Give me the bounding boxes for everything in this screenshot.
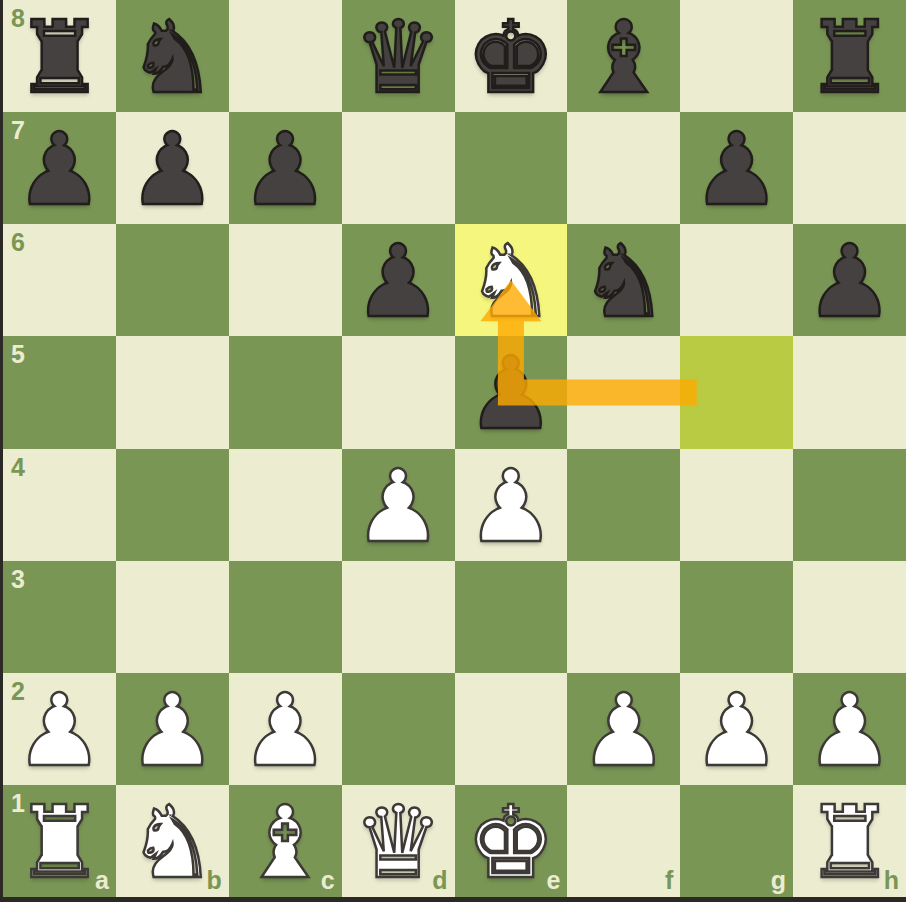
square-g1[interactable]: g — [680, 785, 793, 897]
square-e3[interactable] — [455, 561, 568, 673]
black-knight-piece[interactable]: ♞ — [567, 224, 680, 336]
file-label-g: g — [771, 868, 786, 893]
black-queen-piece[interactable]: ♛ — [342, 0, 455, 112]
square-d1[interactable]: d♛ — [342, 785, 455, 897]
square-g6[interactable] — [680, 224, 793, 336]
black-pawn-piece[interactable]: ♟ — [793, 224, 906, 336]
square-b5[interactable] — [116, 336, 229, 448]
square-h6[interactable]: ♟ — [793, 224, 906, 336]
square-a3[interactable]: 3 — [3, 561, 116, 673]
square-h7[interactable] — [793, 112, 906, 224]
black-pawn-piece[interactable]: ♟ — [455, 336, 568, 448]
black-rook-piece[interactable]: ♜ — [3, 0, 116, 112]
white-bishop-piece[interactable]: ♝ — [229, 785, 342, 897]
rank-label-6: 6 — [11, 230, 25, 255]
square-d4[interactable]: ♟ — [342, 449, 455, 561]
black-pawn-piece[interactable]: ♟ — [116, 112, 229, 224]
square-g2[interactable]: ♟ — [680, 673, 793, 785]
square-f5[interactable] — [567, 336, 680, 448]
white-pawn-piece[interactable]: ♟ — [567, 673, 680, 785]
square-e4[interactable]: ♟ — [455, 449, 568, 561]
white-pawn-piece[interactable]: ♟ — [793, 673, 906, 785]
square-a4[interactable]: 4 — [3, 449, 116, 561]
square-d8[interactable]: ♛ — [342, 0, 455, 112]
square-f8[interactable]: ♝ — [567, 0, 680, 112]
square-c7[interactable]: ♟ — [229, 112, 342, 224]
square-c2[interactable]: ♟ — [229, 673, 342, 785]
square-d6[interactable]: ♟ — [342, 224, 455, 336]
square-c4[interactable] — [229, 449, 342, 561]
square-a8[interactable]: 8♜ — [3, 0, 116, 112]
square-d3[interactable] — [342, 561, 455, 673]
square-d5[interactable] — [342, 336, 455, 448]
square-b6[interactable] — [116, 224, 229, 336]
white-rook-piece[interactable]: ♜ — [3, 785, 116, 897]
chess-board-stage: 8♜♞♛♚♝♜7♟♟♟♟6♟♞♞♟5♟4♟♟32♟♟♟♟♟♟1a♜b♞c♝d♛e… — [0, 0, 906, 902]
square-b2[interactable]: ♟ — [116, 673, 229, 785]
black-pawn-piece[interactable]: ♟ — [229, 112, 342, 224]
square-a1[interactable]: 1a♜ — [3, 785, 116, 897]
square-e5[interactable]: ♟ — [455, 336, 568, 448]
rank-label-4: 4 — [11, 455, 25, 480]
square-a6[interactable]: 6 — [3, 224, 116, 336]
square-h5[interactable] — [793, 336, 906, 448]
square-h2[interactable]: ♟ — [793, 673, 906, 785]
black-pawn-piece[interactable]: ♟ — [342, 224, 455, 336]
white-pawn-piece[interactable]: ♟ — [229, 673, 342, 785]
white-pawn-piece[interactable]: ♟ — [3, 673, 116, 785]
square-d7[interactable] — [342, 112, 455, 224]
rank-label-3: 3 — [11, 567, 25, 592]
square-a7[interactable]: 7♟ — [3, 112, 116, 224]
square-g3[interactable] — [680, 561, 793, 673]
square-c8[interactable] — [229, 0, 342, 112]
square-g8[interactable] — [680, 0, 793, 112]
square-b3[interactable] — [116, 561, 229, 673]
square-e8[interactable]: ♚ — [455, 0, 568, 112]
white-rook-piece[interactable]: ♜ — [793, 785, 906, 897]
black-knight-piece[interactable]: ♞ — [116, 0, 229, 112]
square-g7[interactable]: ♟ — [680, 112, 793, 224]
white-pawn-piece[interactable]: ♟ — [116, 673, 229, 785]
white-knight-piece[interactable]: ♞ — [116, 785, 229, 897]
square-c1[interactable]: c♝ — [229, 785, 342, 897]
square-c6[interactable] — [229, 224, 342, 336]
square-f3[interactable] — [567, 561, 680, 673]
white-queen-piece[interactable]: ♛ — [342, 785, 455, 897]
square-h8[interactable]: ♜ — [793, 0, 906, 112]
square-c3[interactable] — [229, 561, 342, 673]
square-c5[interactable] — [229, 336, 342, 448]
square-f1[interactable]: f — [567, 785, 680, 897]
square-b4[interactable] — [116, 449, 229, 561]
white-pawn-piece[interactable]: ♟ — [455, 449, 568, 561]
square-g4[interactable] — [680, 449, 793, 561]
square-a2[interactable]: 2♟ — [3, 673, 116, 785]
black-rook-piece[interactable]: ♜ — [793, 0, 906, 112]
square-g5[interactable] — [680, 336, 793, 448]
white-pawn-piece[interactable]: ♟ — [680, 673, 793, 785]
square-e7[interactable] — [455, 112, 568, 224]
rank-label-5: 5 — [11, 342, 25, 367]
square-f4[interactable] — [567, 449, 680, 561]
chess-board: 8♜♞♛♚♝♜7♟♟♟♟6♟♞♞♟5♟4♟♟32♟♟♟♟♟♟1a♜b♞c♝d♛e… — [3, 0, 906, 897]
square-b8[interactable]: ♞ — [116, 0, 229, 112]
square-h3[interactable] — [793, 561, 906, 673]
square-e2[interactable] — [455, 673, 568, 785]
square-b1[interactable]: b♞ — [116, 785, 229, 897]
square-b7[interactable]: ♟ — [116, 112, 229, 224]
black-pawn-piece[interactable]: ♟ — [680, 112, 793, 224]
square-f6[interactable]: ♞ — [567, 224, 680, 336]
square-f7[interactable] — [567, 112, 680, 224]
file-label-f: f — [665, 868, 673, 893]
square-e1[interactable]: e♚ — [455, 785, 568, 897]
black-pawn-piece[interactable]: ♟ — [3, 112, 116, 224]
white-knight-piece[interactable]: ♞ — [455, 224, 568, 336]
white-pawn-piece[interactable]: ♟ — [342, 449, 455, 561]
square-h4[interactable] — [793, 449, 906, 561]
white-king-piece[interactable]: ♚ — [455, 785, 568, 897]
square-h1[interactable]: h♜ — [793, 785, 906, 897]
black-king-piece[interactable]: ♚ — [455, 0, 568, 112]
black-bishop-piece[interactable]: ♝ — [567, 0, 680, 112]
square-f2[interactable]: ♟ — [567, 673, 680, 785]
square-a5[interactable]: 5 — [3, 336, 116, 448]
square-d2[interactable] — [342, 673, 455, 785]
square-e6[interactable]: ♞ — [455, 224, 568, 336]
